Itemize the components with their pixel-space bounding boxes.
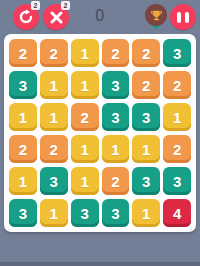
trophy-button[interactable] [145, 4, 167, 32]
tile-r2c5[interactable]: 2 [132, 71, 160, 99]
tile-r6c2[interactable]: 1 [40, 199, 68, 227]
pause-button[interactable] [170, 4, 196, 30]
tile-r6c4[interactable]: 3 [102, 199, 130, 227]
tile-r1c6[interactable]: 3 [163, 39, 191, 67]
top-bar: 2 2 0 [0, 0, 200, 34]
tile-r6c5[interactable]: 1 [132, 199, 160, 227]
tile-r4c5[interactable]: 1 [132, 135, 160, 163]
tile-r6c1[interactable]: 3 [9, 199, 37, 227]
pause-icon [177, 12, 189, 23]
tile-r2c1[interactable]: 3 [9, 71, 37, 99]
tile-r3c6[interactable]: 1 [163, 103, 191, 131]
tile-r4c1[interactable]: 2 [9, 135, 37, 163]
tile-r4c6[interactable]: 2 [163, 135, 191, 163]
tile-r2c2[interactable]: 1 [40, 71, 68, 99]
tile-r3c1[interactable]: 1 [9, 103, 37, 131]
tile-r5c3[interactable]: 1 [71, 167, 99, 195]
tile-r2c6[interactable]: 2 [163, 71, 191, 99]
tile-r4c2[interactable]: 2 [40, 135, 68, 163]
tile-r1c5[interactable]: 2 [132, 39, 160, 67]
tile-r5c5[interactable]: 3 [132, 167, 160, 195]
tile-r2c4[interactable]: 3 [102, 71, 130, 99]
puzzle-board: 221223311322112331221112131233313314 [4, 34, 196, 232]
tile-r1c2[interactable]: 2 [40, 39, 68, 67]
tile-r1c1[interactable]: 2 [9, 39, 37, 67]
tile-r2c3[interactable]: 1 [71, 71, 99, 99]
tile-r5c2[interactable]: 3 [40, 167, 68, 195]
tile-r1c3[interactable]: 1 [71, 39, 99, 67]
tile-r5c1[interactable]: 1 [9, 167, 37, 195]
tile-r3c4[interactable]: 3 [102, 103, 130, 131]
tile-r6c3[interactable]: 3 [71, 199, 99, 227]
tile-r6c6[interactable]: 4 [163, 199, 191, 227]
bottom-edge-strip [0, 262, 200, 266]
tile-r3c5[interactable]: 3 [132, 103, 160, 131]
tile-r3c2[interactable]: 1 [40, 103, 68, 131]
tile-r1c4[interactable]: 2 [102, 39, 130, 67]
tile-r5c6[interactable]: 3 [163, 167, 191, 195]
tile-r4c4[interactable]: 1 [102, 135, 130, 163]
tile-r4c3[interactable]: 1 [71, 135, 99, 163]
tile-r5c4[interactable]: 2 [102, 167, 130, 195]
trophy-icon [145, 4, 167, 26]
tile-r3c3[interactable]: 2 [71, 103, 99, 131]
